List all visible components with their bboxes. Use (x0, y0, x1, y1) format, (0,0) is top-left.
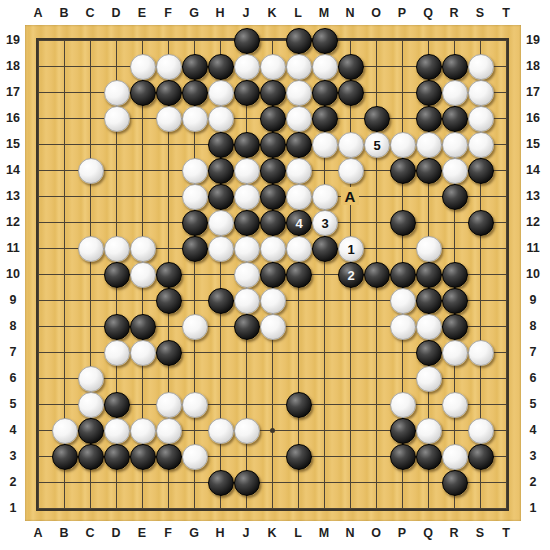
stone-black-M11 (312, 236, 338, 262)
stone-black-B3 (52, 444, 78, 470)
stone-white-K11 (260, 236, 286, 262)
coord-label-bottom-G: G (183, 526, 205, 540)
coord-label-right-11: 11 (522, 241, 544, 255)
stone-white-N14 (338, 158, 364, 184)
coord-label-bottom-M: M (313, 526, 335, 540)
stone-black-D8 (104, 314, 130, 340)
stone-white-C6 (78, 366, 104, 392)
stone-white-J14 (234, 158, 260, 184)
stone-white-K9 (260, 288, 286, 314)
coord-label-right-1: 1 (522, 501, 544, 515)
stone-white-C5 (78, 392, 104, 418)
coord-label-right-6: 6 (522, 371, 544, 385)
coord-label-bottom-O: O (365, 526, 387, 540)
coord-label-bottom-L: L (287, 526, 309, 540)
stone-white-R14 (442, 158, 468, 184)
stone-black-F17 (156, 80, 182, 106)
coord-label-right-7: 7 (522, 345, 544, 359)
stone-black-M16 (312, 106, 338, 132)
stone-black-F3 (156, 444, 182, 470)
stone-white-Q8 (416, 314, 442, 340)
move-number-label-4: 4 (295, 217, 302, 230)
stone-black-R16 (442, 106, 468, 132)
coord-label-top-K: K (261, 6, 283, 20)
coord-label-right-16: 16 (522, 111, 544, 125)
coord-label-top-C: C (79, 6, 101, 20)
coord-label-top-L: L (287, 6, 309, 20)
stone-black-E17 (130, 80, 156, 106)
coord-label-right-10: 10 (522, 267, 544, 281)
coord-label-bottom-K: K (261, 526, 283, 540)
coord-label-top-J: J (235, 6, 257, 20)
stone-white-H17 (208, 80, 234, 106)
stone-white-J18 (234, 54, 260, 80)
coord-label-left-15: 15 (2, 137, 24, 151)
stone-white-H12 (208, 210, 234, 236)
stone-black-P14 (390, 158, 416, 184)
stone-black-H15 (208, 132, 234, 158)
stone-black-J8 (234, 314, 260, 340)
stone-black-S3 (468, 444, 494, 470)
stone-black-J19 (234, 28, 260, 54)
coord-label-top-E: E (131, 6, 153, 20)
stone-black-Q14 (416, 158, 442, 184)
coord-label-left-11: 11 (2, 241, 24, 255)
coord-label-top-Q: Q (417, 6, 439, 20)
coord-label-right-18: 18 (522, 59, 544, 73)
coord-label-top-H: H (209, 6, 231, 20)
stone-white-M13 (312, 184, 338, 210)
stone-white-F18 (156, 54, 182, 80)
stone-black-K12 (260, 210, 286, 236)
coord-label-left-16: 16 (2, 111, 24, 125)
stone-white-R3 (442, 444, 468, 470)
coord-label-top-O: O (365, 6, 387, 20)
coord-label-right-19: 19 (522, 33, 544, 47)
stone-black-R9 (442, 288, 468, 314)
stone-black-H9 (208, 288, 234, 314)
coord-label-left-7: 7 (2, 345, 24, 359)
coord-label-left-14: 14 (2, 163, 24, 177)
coord-label-bottom-R: R (443, 526, 465, 540)
stone-white-E10 (130, 262, 156, 288)
coord-label-bottom-Q: Q (417, 526, 439, 540)
stone-white-L17 (286, 80, 312, 106)
stone-black-N17 (338, 80, 364, 106)
stone-black-K10 (260, 262, 286, 288)
coord-label-right-15: 15 (522, 137, 544, 151)
coord-label-right-17: 17 (522, 85, 544, 99)
coord-label-top-N: N (339, 6, 361, 20)
star-point-K4 (270, 428, 275, 433)
stone-black-M17 (312, 80, 338, 106)
stone-black-L19 (286, 28, 312, 54)
stone-white-E7 (130, 340, 156, 366)
coord-label-left-3: 3 (2, 449, 24, 463)
stone-white-P8 (390, 314, 416, 340)
stone-white-G16 (182, 106, 208, 132)
stone-white-G5 (182, 392, 208, 418)
stone-white-L11 (286, 236, 312, 262)
coord-label-top-M: M (313, 6, 335, 20)
stone-white-G3 (182, 444, 208, 470)
stone-white-M15 (312, 132, 338, 158)
stone-white-S16 (468, 106, 494, 132)
coord-label-bottom-P: P (391, 526, 413, 540)
stone-black-D10 (104, 262, 130, 288)
stone-white-D17 (104, 80, 130, 106)
stone-white-Q4 (416, 418, 442, 444)
stone-black-S14 (468, 158, 494, 184)
stone-black-P4 (390, 418, 416, 444)
coord-label-top-S: S (469, 6, 491, 20)
stone-black-H13 (208, 184, 234, 210)
stone-white-C11 (78, 236, 104, 262)
stone-black-M19 (312, 28, 338, 54)
stone-black-G11 (182, 236, 208, 262)
stone-black-S12 (468, 210, 494, 236)
coord-label-left-8: 8 (2, 319, 24, 333)
stone-black-F10 (156, 262, 182, 288)
coord-label-right-14: 14 (522, 163, 544, 177)
stone-white-E4 (130, 418, 156, 444)
stone-black-Q10 (416, 262, 442, 288)
stone-white-K8 (260, 314, 286, 340)
coord-label-right-13: 13 (522, 189, 544, 203)
coord-label-bottom-D: D (105, 526, 127, 540)
coord-label-left-10: 10 (2, 267, 24, 281)
stone-black-K17 (260, 80, 286, 106)
stone-white-J4 (234, 418, 260, 444)
stone-black-O10 (364, 262, 390, 288)
stone-black-K16 (260, 106, 286, 132)
stone-black-N18 (338, 54, 364, 80)
stone-white-L14 (286, 158, 312, 184)
stone-white-B4 (52, 418, 78, 444)
stone-white-S17 (468, 80, 494, 106)
move-number-label-1: 1 (347, 243, 354, 256)
stone-black-L3 (286, 444, 312, 470)
stone-black-E8 (130, 314, 156, 340)
move-number-label-2: 2 (347, 269, 354, 282)
stone-white-F5 (156, 392, 182, 418)
coord-label-top-R: R (443, 6, 465, 20)
coord-label-top-G: G (183, 6, 205, 20)
coord-label-left-13: 13 (2, 189, 24, 203)
coord-label-bottom-J: J (235, 526, 257, 540)
stone-white-L16 (286, 106, 312, 132)
stone-black-H2 (208, 470, 234, 496)
stone-white-N15 (338, 132, 364, 158)
stone-black-J2 (234, 470, 260, 496)
stone-black-Q7 (416, 340, 442, 366)
coord-label-left-18: 18 (2, 59, 24, 73)
stone-black-E3 (130, 444, 156, 470)
stone-white-E11 (130, 236, 156, 262)
coord-label-bottom-N: N (339, 526, 361, 540)
stone-white-J11 (234, 236, 260, 262)
coord-label-left-9: 9 (2, 293, 24, 307)
coord-label-right-2: 2 (522, 475, 544, 489)
stone-black-F9 (156, 288, 182, 314)
stone-white-S4 (468, 418, 494, 444)
stone-black-Q3 (416, 444, 442, 470)
stone-white-H16 (208, 106, 234, 132)
coord-label-top-A: A (27, 6, 49, 20)
coord-label-right-3: 3 (522, 449, 544, 463)
coord-label-left-5: 5 (2, 397, 24, 411)
stone-black-C3 (78, 444, 104, 470)
stone-white-R7 (442, 340, 468, 366)
stone-white-S15 (468, 132, 494, 158)
stone-white-Q6 (416, 366, 442, 392)
stone-white-M18 (312, 54, 338, 80)
coord-label-left-4: 4 (2, 423, 24, 437)
stone-black-J12 (234, 210, 260, 236)
coord-label-top-T: T (495, 6, 517, 20)
coord-label-top-B: B (53, 6, 75, 20)
move-number-label-5: 5 (373, 139, 380, 152)
stone-black-K14 (260, 158, 286, 184)
stone-white-O15: 5 (364, 132, 390, 158)
coord-label-bottom-A: A (27, 526, 49, 540)
stone-white-N11: 1 (338, 236, 364, 262)
stone-white-G8 (182, 314, 208, 340)
coord-label-bottom-B: B (53, 526, 75, 540)
coord-label-bottom-F: F (157, 526, 179, 540)
stone-white-J10 (234, 262, 260, 288)
stone-white-H4 (208, 418, 234, 444)
stone-black-Q9 (416, 288, 442, 314)
stone-black-J15 (234, 132, 260, 158)
stone-white-R15 (442, 132, 468, 158)
stone-black-R10 (442, 262, 468, 288)
stone-white-P5 (390, 392, 416, 418)
stone-white-C14 (78, 158, 104, 184)
stone-black-G17 (182, 80, 208, 106)
stone-white-D16 (104, 106, 130, 132)
stone-white-Q11 (416, 236, 442, 262)
stone-black-G12 (182, 210, 208, 236)
stone-white-S18 (468, 54, 494, 80)
stone-white-M12: 3 (312, 210, 338, 236)
stone-black-G18 (182, 54, 208, 80)
stone-black-L5 (286, 392, 312, 418)
coord-label-right-9: 9 (522, 293, 544, 307)
coord-label-top-P: P (391, 6, 413, 20)
go-board-diagram: AABBCCDDEEFFGGHHJJKKLLMMNNOOPPQQRRSSTT19… (0, 0, 550, 550)
stone-white-H11 (208, 236, 234, 262)
stone-black-Q18 (416, 54, 442, 80)
stone-black-K15 (260, 132, 286, 158)
stone-black-D5 (104, 392, 130, 418)
stone-white-D4 (104, 418, 130, 444)
stone-black-P12 (390, 210, 416, 236)
coord-label-bottom-S: S (469, 526, 491, 540)
stone-black-R8 (442, 314, 468, 340)
stone-black-Q17 (416, 80, 442, 106)
stone-white-L18 (286, 54, 312, 80)
coord-label-left-1: 1 (2, 501, 24, 515)
stone-white-F4 (156, 418, 182, 444)
coord-label-left-17: 17 (2, 85, 24, 99)
coord-label-right-5: 5 (522, 397, 544, 411)
stone-white-R17 (442, 80, 468, 106)
coord-label-left-12: 12 (2, 215, 24, 229)
stone-white-P9 (390, 288, 416, 314)
stone-white-K18 (260, 54, 286, 80)
coord-label-bottom-C: C (79, 526, 101, 540)
stone-white-L13 (286, 184, 312, 210)
coord-label-bottom-H: H (209, 526, 231, 540)
stone-black-J17 (234, 80, 260, 106)
stone-black-Q16 (416, 106, 442, 132)
stone-black-O16 (364, 106, 390, 132)
stone-black-R13 (442, 184, 468, 210)
coord-label-bottom-E: E (131, 526, 153, 540)
stone-white-E18 (130, 54, 156, 80)
stone-black-R2 (442, 470, 468, 496)
stone-white-D7 (104, 340, 130, 366)
stone-white-S7 (468, 340, 494, 366)
coord-label-right-12: 12 (522, 215, 544, 229)
coord-label-top-F: F (157, 6, 179, 20)
coord-label-top-D: D (105, 6, 127, 20)
coord-label-bottom-T: T (495, 526, 517, 540)
move-number-label-3: 3 (321, 217, 328, 230)
coord-label-left-2: 2 (2, 475, 24, 489)
stone-black-P3 (390, 444, 416, 470)
stone-white-P15 (390, 132, 416, 158)
stone-black-L15 (286, 132, 312, 158)
coord-label-left-6: 6 (2, 371, 24, 385)
stone-black-C4 (78, 418, 104, 444)
stone-black-D3 (104, 444, 130, 470)
stone-white-G13 (182, 184, 208, 210)
stone-white-J9 (234, 288, 260, 314)
stone-black-F7 (156, 340, 182, 366)
coord-label-right-4: 4 (522, 423, 544, 437)
stone-white-J13 (234, 184, 260, 210)
stone-white-R5 (442, 392, 468, 418)
stone-black-N10: 2 (338, 262, 364, 288)
stone-white-Q15 (416, 132, 442, 158)
stone-black-L10 (286, 262, 312, 288)
point-label-A: A (341, 187, 359, 205)
coord-label-right-8: 8 (522, 319, 544, 333)
stone-black-H14 (208, 158, 234, 184)
stone-white-F16 (156, 106, 182, 132)
coord-label-left-19: 19 (2, 33, 24, 47)
stone-black-H18 (208, 54, 234, 80)
stone-black-R18 (442, 54, 468, 80)
stone-black-L12: 4 (286, 210, 312, 236)
stone-black-P10 (390, 262, 416, 288)
stone-white-G14 (182, 158, 208, 184)
stone-black-K13 (260, 184, 286, 210)
stone-white-D11 (104, 236, 130, 262)
